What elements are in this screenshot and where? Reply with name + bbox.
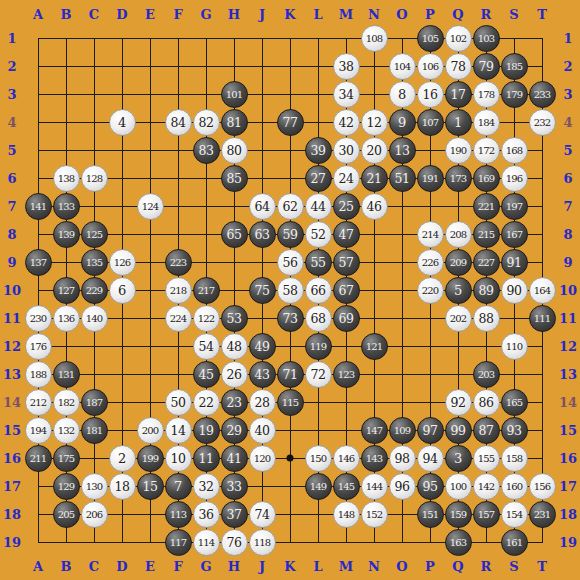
intersection-D2[interactable] [108, 52, 136, 80]
intersection-A12[interactable]: 176 [24, 332, 52, 360]
intersection-T9[interactable] [528, 248, 556, 276]
intersection-L17[interactable]: 149 [304, 472, 332, 500]
intersection-N18[interactable]: 152 [360, 500, 388, 528]
intersection-N10[interactable] [360, 276, 388, 304]
intersection-P8[interactable]: 214 [416, 220, 444, 248]
intersection-R7[interactable]: 221 [472, 192, 500, 220]
intersection-A2[interactable] [24, 52, 52, 80]
intersection-O14[interactable] [388, 388, 416, 416]
intersection-D10[interactable]: 6 [108, 276, 136, 304]
intersection-C3[interactable] [80, 80, 108, 108]
intersection-H5[interactable]: 80 [220, 136, 248, 164]
intersection-F18[interactable]: 113 [164, 500, 192, 528]
intersection-B1[interactable] [52, 24, 80, 52]
intersection-N7[interactable]: 46 [360, 192, 388, 220]
intersection-C7[interactable] [80, 192, 108, 220]
intersection-E11[interactable] [136, 304, 164, 332]
intersection-A8[interactable] [24, 220, 52, 248]
intersection-K19[interactable] [276, 528, 304, 556]
intersection-D1[interactable] [108, 24, 136, 52]
intersection-L13[interactable]: 72 [304, 360, 332, 388]
intersection-M13[interactable]: 123 [332, 360, 360, 388]
intersection-B16[interactable]: 175 [52, 444, 80, 472]
intersection-J5[interactable] [248, 136, 276, 164]
intersection-M11[interactable]: 69 [332, 304, 360, 332]
intersection-Q13[interactable] [444, 360, 472, 388]
intersection-R18[interactable]: 157 [472, 500, 500, 528]
intersection-Q11[interactable]: 202 [444, 304, 472, 332]
intersection-Q5[interactable]: 190 [444, 136, 472, 164]
intersection-O17[interactable]: 96 [388, 472, 416, 500]
intersection-B12[interactable] [52, 332, 80, 360]
intersection-N5[interactable]: 20 [360, 136, 388, 164]
intersection-G8[interactable] [192, 220, 220, 248]
intersection-L18[interactable] [304, 500, 332, 528]
intersection-J10[interactable]: 75 [248, 276, 276, 304]
intersection-K9[interactable]: 56 [276, 248, 304, 276]
intersection-R5[interactable]: 172 [472, 136, 500, 164]
intersection-H11[interactable]: 53 [220, 304, 248, 332]
intersection-S2[interactable]: 185 [500, 52, 528, 80]
intersection-L8[interactable]: 52 [304, 220, 332, 248]
intersection-G15[interactable]: 19 [192, 416, 220, 444]
intersection-C4[interactable] [80, 108, 108, 136]
intersection-T7[interactable] [528, 192, 556, 220]
intersection-E5[interactable] [136, 136, 164, 164]
intersection-Q7[interactable] [444, 192, 472, 220]
intersection-J9[interactable] [248, 248, 276, 276]
intersection-C5[interactable] [80, 136, 108, 164]
intersection-C19[interactable] [80, 528, 108, 556]
intersection-G3[interactable] [192, 80, 220, 108]
intersection-B15[interactable]: 132 [52, 416, 80, 444]
intersection-O7[interactable] [388, 192, 416, 220]
intersection-A11[interactable]: 230 [24, 304, 52, 332]
intersection-B13[interactable]: 131 [52, 360, 80, 388]
intersection-E9[interactable] [136, 248, 164, 276]
intersection-Q3[interactable]: 17 [444, 80, 472, 108]
intersection-D18[interactable] [108, 500, 136, 528]
intersection-D14[interactable] [108, 388, 136, 416]
intersection-A13[interactable]: 188 [24, 360, 52, 388]
intersection-S3[interactable]: 179 [500, 80, 528, 108]
intersection-K11[interactable]: 73 [276, 304, 304, 332]
intersection-L7[interactable]: 44 [304, 192, 332, 220]
intersection-T18[interactable]: 231 [528, 500, 556, 528]
intersection-S7[interactable]: 197 [500, 192, 528, 220]
intersection-T8[interactable] [528, 220, 556, 248]
intersection-R6[interactable]: 169 [472, 164, 500, 192]
intersection-A9[interactable]: 137 [24, 248, 52, 276]
intersection-B14[interactable]: 182 [52, 388, 80, 416]
intersection-R4[interactable]: 184 [472, 108, 500, 136]
intersection-O12[interactable] [388, 332, 416, 360]
intersection-D11[interactable] [108, 304, 136, 332]
intersection-H2[interactable] [220, 52, 248, 80]
intersection-T14[interactable] [528, 388, 556, 416]
intersection-C2[interactable] [80, 52, 108, 80]
intersection-T3[interactable]: 233 [528, 80, 556, 108]
intersection-T4[interactable]: 232 [528, 108, 556, 136]
intersection-O1[interactable] [388, 24, 416, 52]
intersection-M7[interactable]: 25 [332, 192, 360, 220]
intersection-K12[interactable] [276, 332, 304, 360]
intersection-Q16[interactable]: 3 [444, 444, 472, 472]
intersection-N13[interactable] [360, 360, 388, 388]
intersection-J17[interactable] [248, 472, 276, 500]
intersection-H15[interactable]: 29 [220, 416, 248, 444]
intersection-Q10[interactable]: 5 [444, 276, 472, 304]
intersection-Q4[interactable]: 1 [444, 108, 472, 136]
intersection-F5[interactable] [164, 136, 192, 164]
intersection-T5[interactable] [528, 136, 556, 164]
intersection-A17[interactable] [24, 472, 52, 500]
intersection-F2[interactable] [164, 52, 192, 80]
intersection-D6[interactable] [108, 164, 136, 192]
intersection-J12[interactable]: 49 [248, 332, 276, 360]
intersection-L14[interactable] [304, 388, 332, 416]
intersection-C8[interactable]: 125 [80, 220, 108, 248]
intersection-R15[interactable]: 87 [472, 416, 500, 444]
intersection-G9[interactable] [192, 248, 220, 276]
intersection-F16[interactable]: 10 [164, 444, 192, 472]
intersection-J1[interactable] [248, 24, 276, 52]
intersection-K18[interactable] [276, 500, 304, 528]
intersection-H18[interactable]: 37 [220, 500, 248, 528]
intersection-E1[interactable] [136, 24, 164, 52]
intersection-G10[interactable]: 217 [192, 276, 220, 304]
intersection-F3[interactable] [164, 80, 192, 108]
intersection-P11[interactable] [416, 304, 444, 332]
intersection-C14[interactable]: 187 [80, 388, 108, 416]
intersection-M3[interactable]: 34 [332, 80, 360, 108]
intersection-A10[interactable] [24, 276, 52, 304]
intersection-E18[interactable] [136, 500, 164, 528]
intersection-P18[interactable]: 151 [416, 500, 444, 528]
intersection-P16[interactable]: 94 [416, 444, 444, 472]
intersection-Q12[interactable] [444, 332, 472, 360]
intersection-B18[interactable]: 205 [52, 500, 80, 528]
intersection-K1[interactable] [276, 24, 304, 52]
intersection-J13[interactable]: 43 [248, 360, 276, 388]
intersection-F11[interactable]: 224 [164, 304, 192, 332]
intersection-K14[interactable]: 115 [276, 388, 304, 416]
intersection-O2[interactable]: 104 [388, 52, 416, 80]
intersection-O15[interactable]: 109 [388, 416, 416, 444]
intersection-E16[interactable]: 199 [136, 444, 164, 472]
intersection-H16[interactable]: 41 [220, 444, 248, 472]
intersection-E10[interactable] [136, 276, 164, 304]
intersection-E14[interactable] [136, 388, 164, 416]
intersection-S16[interactable]: 158 [500, 444, 528, 472]
intersection-J3[interactable] [248, 80, 276, 108]
intersection-N16[interactable]: 143 [360, 444, 388, 472]
intersection-O16[interactable]: 98 [388, 444, 416, 472]
intersection-S4[interactable] [500, 108, 528, 136]
intersection-J11[interactable] [248, 304, 276, 332]
intersection-J7[interactable]: 64 [248, 192, 276, 220]
intersection-H6[interactable]: 85 [220, 164, 248, 192]
intersection-S10[interactable]: 90 [500, 276, 528, 304]
intersection-L11[interactable]: 68 [304, 304, 332, 332]
intersection-D17[interactable]: 18 [108, 472, 136, 500]
intersection-N14[interactable] [360, 388, 388, 416]
intersection-B9[interactable] [52, 248, 80, 276]
intersection-P17[interactable]: 95 [416, 472, 444, 500]
intersection-S8[interactable]: 167 [500, 220, 528, 248]
intersection-C9[interactable]: 135 [80, 248, 108, 276]
intersection-K15[interactable] [276, 416, 304, 444]
intersection-N8[interactable] [360, 220, 388, 248]
intersection-Q8[interactable]: 208 [444, 220, 472, 248]
intersection-F8[interactable] [164, 220, 192, 248]
intersection-E6[interactable] [136, 164, 164, 192]
intersection-M4[interactable]: 42 [332, 108, 360, 136]
intersection-H13[interactable]: 26 [220, 360, 248, 388]
intersection-C10[interactable]: 229 [80, 276, 108, 304]
intersection-R3[interactable]: 178 [472, 80, 500, 108]
intersection-S9[interactable]: 91 [500, 248, 528, 276]
intersection-N1[interactable]: 108 [360, 24, 388, 52]
intersection-E12[interactable] [136, 332, 164, 360]
intersection-A14[interactable]: 212 [24, 388, 52, 416]
intersection-G14[interactable]: 22 [192, 388, 220, 416]
intersection-D7[interactable] [108, 192, 136, 220]
intersection-Q2[interactable]: 78 [444, 52, 472, 80]
intersection-P13[interactable] [416, 360, 444, 388]
intersection-P7[interactable] [416, 192, 444, 220]
intersection-L4[interactable] [304, 108, 332, 136]
intersection-M6[interactable]: 24 [332, 164, 360, 192]
intersection-H3[interactable]: 101 [220, 80, 248, 108]
intersection-K6[interactable] [276, 164, 304, 192]
intersection-N3[interactable] [360, 80, 388, 108]
intersection-H4[interactable]: 81 [220, 108, 248, 136]
intersection-H17[interactable]: 33 [220, 472, 248, 500]
intersection-D8[interactable] [108, 220, 136, 248]
intersection-N15[interactable]: 147 [360, 416, 388, 444]
intersection-R12[interactable] [472, 332, 500, 360]
intersection-E15[interactable]: 200 [136, 416, 164, 444]
intersection-S15[interactable]: 93 [500, 416, 528, 444]
intersection-R1[interactable]: 103 [472, 24, 500, 52]
intersection-R2[interactable]: 79 [472, 52, 500, 80]
intersection-H10[interactable] [220, 276, 248, 304]
intersection-Q1[interactable]: 102 [444, 24, 472, 52]
intersection-A15[interactable]: 194 [24, 416, 52, 444]
intersection-J14[interactable]: 28 [248, 388, 276, 416]
intersection-B2[interactable] [52, 52, 80, 80]
intersection-O6[interactable]: 51 [388, 164, 416, 192]
intersection-R10[interactable]: 89 [472, 276, 500, 304]
intersection-G4[interactable]: 82 [192, 108, 220, 136]
intersection-A5[interactable] [24, 136, 52, 164]
intersection-O3[interactable]: 8 [388, 80, 416, 108]
intersection-E3[interactable] [136, 80, 164, 108]
intersection-H7[interactable] [220, 192, 248, 220]
intersection-K5[interactable] [276, 136, 304, 164]
intersection-J6[interactable] [248, 164, 276, 192]
intersection-C15[interactable]: 181 [80, 416, 108, 444]
intersection-N9[interactable] [360, 248, 388, 276]
intersection-K16[interactable] [276, 444, 304, 472]
intersection-J15[interactable]: 40 [248, 416, 276, 444]
intersection-L3[interactable] [304, 80, 332, 108]
intersection-N12[interactable]: 121 [360, 332, 388, 360]
intersection-M15[interactable] [332, 416, 360, 444]
intersection-B5[interactable] [52, 136, 80, 164]
intersection-D9[interactable]: 126 [108, 248, 136, 276]
intersection-M16[interactable]: 146 [332, 444, 360, 472]
intersection-D16[interactable]: 2 [108, 444, 136, 472]
intersection-H1[interactable] [220, 24, 248, 52]
intersection-Q19[interactable]: 163 [444, 528, 472, 556]
intersection-L6[interactable]: 27 [304, 164, 332, 192]
intersection-S12[interactable]: 110 [500, 332, 528, 360]
intersection-T6[interactable] [528, 164, 556, 192]
intersection-P5[interactable] [416, 136, 444, 164]
intersection-B6[interactable]: 138 [52, 164, 80, 192]
intersection-K8[interactable]: 59 [276, 220, 304, 248]
intersection-B17[interactable]: 129 [52, 472, 80, 500]
intersection-P14[interactable] [416, 388, 444, 416]
intersection-F10[interactable]: 218 [164, 276, 192, 304]
intersection-H19[interactable]: 76 [220, 528, 248, 556]
intersection-Q14[interactable]: 92 [444, 388, 472, 416]
intersection-O10[interactable] [388, 276, 416, 304]
intersection-L19[interactable] [304, 528, 332, 556]
intersection-B8[interactable]: 139 [52, 220, 80, 248]
intersection-F12[interactable] [164, 332, 192, 360]
intersection-O9[interactable] [388, 248, 416, 276]
intersection-C18[interactable]: 206 [80, 500, 108, 528]
intersection-K17[interactable] [276, 472, 304, 500]
intersection-P2[interactable]: 106 [416, 52, 444, 80]
intersection-F17[interactable]: 7 [164, 472, 192, 500]
intersection-G6[interactable] [192, 164, 220, 192]
intersection-Q15[interactable]: 99 [444, 416, 472, 444]
intersection-F7[interactable] [164, 192, 192, 220]
intersection-Q18[interactable]: 159 [444, 500, 472, 528]
intersection-C1[interactable] [80, 24, 108, 52]
intersection-T17[interactable]: 156 [528, 472, 556, 500]
intersection-M12[interactable] [332, 332, 360, 360]
intersection-N17[interactable]: 144 [360, 472, 388, 500]
intersection-L10[interactable]: 66 [304, 276, 332, 304]
intersection-K10[interactable]: 58 [276, 276, 304, 304]
intersection-O5[interactable]: 13 [388, 136, 416, 164]
intersection-P3[interactable]: 16 [416, 80, 444, 108]
intersection-T1[interactable] [528, 24, 556, 52]
intersection-R16[interactable]: 155 [472, 444, 500, 472]
intersection-O18[interactable] [388, 500, 416, 528]
intersection-H8[interactable]: 65 [220, 220, 248, 248]
intersection-O19[interactable] [388, 528, 416, 556]
intersection-G7[interactable] [192, 192, 220, 220]
intersection-G5[interactable]: 83 [192, 136, 220, 164]
intersection-P6[interactable]: 191 [416, 164, 444, 192]
intersection-G1[interactable] [192, 24, 220, 52]
intersection-P4[interactable]: 107 [416, 108, 444, 136]
intersection-A18[interactable] [24, 500, 52, 528]
intersection-A3[interactable] [24, 80, 52, 108]
intersection-N2[interactable] [360, 52, 388, 80]
intersection-T16[interactable] [528, 444, 556, 472]
intersection-T13[interactable] [528, 360, 556, 388]
intersection-S5[interactable]: 168 [500, 136, 528, 164]
intersection-C16[interactable] [80, 444, 108, 472]
intersection-F14[interactable]: 50 [164, 388, 192, 416]
intersection-O8[interactable] [388, 220, 416, 248]
intersection-K3[interactable] [276, 80, 304, 108]
intersection-B4[interactable] [52, 108, 80, 136]
intersection-F6[interactable] [164, 164, 192, 192]
intersection-B10[interactable]: 127 [52, 276, 80, 304]
intersection-L1[interactable] [304, 24, 332, 52]
intersection-Q9[interactable]: 209 [444, 248, 472, 276]
intersection-P19[interactable] [416, 528, 444, 556]
intersection-A1[interactable] [24, 24, 52, 52]
intersection-S14[interactable]: 165 [500, 388, 528, 416]
intersection-Q17[interactable]: 100 [444, 472, 472, 500]
intersection-F13[interactable] [164, 360, 192, 388]
intersection-O13[interactable] [388, 360, 416, 388]
intersection-A16[interactable]: 211 [24, 444, 52, 472]
intersection-N4[interactable]: 12 [360, 108, 388, 136]
intersection-S1[interactable] [500, 24, 528, 52]
intersection-G19[interactable]: 114 [192, 528, 220, 556]
intersection-K4[interactable]: 77 [276, 108, 304, 136]
intersection-G13[interactable]: 45 [192, 360, 220, 388]
intersection-O4[interactable]: 9 [388, 108, 416, 136]
intersection-J8[interactable]: 63 [248, 220, 276, 248]
intersection-K7[interactable]: 62 [276, 192, 304, 220]
intersection-T11[interactable]: 111 [528, 304, 556, 332]
intersection-G12[interactable]: 54 [192, 332, 220, 360]
intersection-S17[interactable]: 160 [500, 472, 528, 500]
intersection-K13[interactable]: 71 [276, 360, 304, 388]
intersection-C12[interactable] [80, 332, 108, 360]
intersection-M14[interactable] [332, 388, 360, 416]
intersection-D13[interactable] [108, 360, 136, 388]
intersection-S18[interactable]: 154 [500, 500, 528, 528]
intersection-R11[interactable]: 88 [472, 304, 500, 332]
intersection-J2[interactable] [248, 52, 276, 80]
intersection-P15[interactable]: 97 [416, 416, 444, 444]
intersection-E17[interactable]: 15 [136, 472, 164, 500]
intersection-R14[interactable]: 86 [472, 388, 500, 416]
intersection-K2[interactable] [276, 52, 304, 80]
intersection-S13[interactable] [500, 360, 528, 388]
intersection-T19[interactable] [528, 528, 556, 556]
intersection-T2[interactable] [528, 52, 556, 80]
intersection-D5[interactable] [108, 136, 136, 164]
intersection-C6[interactable]: 128 [80, 164, 108, 192]
intersection-C13[interactable] [80, 360, 108, 388]
intersection-J16[interactable]: 120 [248, 444, 276, 472]
intersection-M2[interactable]: 38 [332, 52, 360, 80]
intersection-S11[interactable] [500, 304, 528, 332]
intersection-H14[interactable]: 23 [220, 388, 248, 416]
intersection-R17[interactable]: 142 [472, 472, 500, 500]
intersection-S19[interactable]: 161 [500, 528, 528, 556]
intersection-G2[interactable] [192, 52, 220, 80]
intersection-H12[interactable]: 48 [220, 332, 248, 360]
intersection-C11[interactable]: 140 [80, 304, 108, 332]
intersection-T15[interactable] [528, 416, 556, 444]
intersection-F1[interactable] [164, 24, 192, 52]
intersection-B11[interactable]: 136 [52, 304, 80, 332]
